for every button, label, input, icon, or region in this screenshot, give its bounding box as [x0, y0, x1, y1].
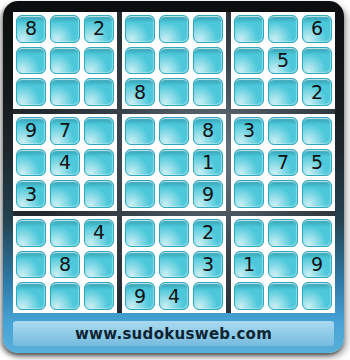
cell-r8c1[interactable] [16, 251, 46, 279]
cell-r5c6[interactable]: 1 [193, 149, 223, 177]
cell-r4c4[interactable] [125, 117, 155, 145]
cell-r1c6[interactable] [193, 15, 223, 43]
cell-r7c1[interactable] [16, 219, 46, 247]
cell-r5c4[interactable] [125, 149, 155, 177]
cell-r6c4[interactable] [125, 180, 155, 208]
box-1-1: 82 [13, 12, 117, 109]
cell-r4c3[interactable] [84, 117, 114, 145]
cell-r2c9[interactable] [302, 47, 332, 75]
cell-r7c5[interactable] [159, 219, 189, 247]
box-3-1: 48 [13, 216, 117, 313]
cell-r7c7[interactable] [234, 219, 264, 247]
cell-r6c3[interactable] [84, 180, 114, 208]
cell-r4c2[interactable]: 7 [50, 117, 80, 145]
cell-r4c9[interactable] [302, 117, 332, 145]
cell-r8c9[interactable]: 9 [302, 251, 332, 279]
cell-r2c7[interactable] [234, 47, 264, 75]
cell-r3c3[interactable] [84, 78, 114, 106]
cell-r1c9[interactable]: 6 [302, 15, 332, 43]
cell-r7c8[interactable] [268, 219, 298, 247]
cell-r9c2[interactable] [50, 282, 80, 310]
cell-r2c1[interactable] [16, 47, 46, 75]
cell-r2c8[interactable]: 5 [268, 47, 298, 75]
cell-r9c6[interactable] [193, 282, 223, 310]
box-1-3: 652 [231, 12, 335, 109]
cell-r2c5[interactable] [159, 47, 189, 75]
cell-r3c1[interactable] [16, 78, 46, 106]
cell-r9c8[interactable] [268, 282, 298, 310]
box-3-2: 2394 [122, 216, 226, 313]
cell-r8c7[interactable]: 1 [234, 251, 264, 279]
cell-r8c5[interactable] [159, 251, 189, 279]
cell-r1c5[interactable] [159, 15, 189, 43]
cell-r8c3[interactable] [84, 251, 114, 279]
cell-r6c1[interactable]: 3 [16, 180, 46, 208]
cell-r4c8[interactable] [268, 117, 298, 145]
cell-r6c8[interactable] [268, 180, 298, 208]
cell-r4c7[interactable]: 3 [234, 117, 264, 145]
cell-r2c4[interactable] [125, 47, 155, 75]
cell-r3c5[interactable] [159, 78, 189, 106]
cell-r3c2[interactable] [50, 78, 80, 106]
footer-bar: www.sudokusweb.com [13, 321, 334, 346]
cell-r9c1[interactable] [16, 282, 46, 310]
box-2-3: 375 [231, 114, 335, 211]
cell-r6c7[interactable] [234, 180, 264, 208]
cell-r6c9[interactable] [302, 180, 332, 208]
cell-r4c5[interactable] [159, 117, 189, 145]
sudoku-grid: 828652974381937548239419 [13, 12, 335, 313]
sudoku-board: 828652974381937548239419 www.sudokusweb.… [3, 1, 344, 353]
cell-r2c6[interactable] [193, 47, 223, 75]
cell-r7c6[interactable]: 2 [193, 219, 223, 247]
cell-r1c4[interactable] [125, 15, 155, 43]
cell-r7c4[interactable] [125, 219, 155, 247]
cell-r5c8[interactable]: 7 [268, 149, 298, 177]
cell-r9c9[interactable] [302, 282, 332, 310]
cell-r9c7[interactable] [234, 282, 264, 310]
cell-r9c3[interactable] [84, 282, 114, 310]
cell-r5c7[interactable] [234, 149, 264, 177]
cell-r5c9[interactable]: 5 [302, 149, 332, 177]
cell-r6c6[interactable]: 9 [193, 180, 223, 208]
cell-r7c9[interactable] [302, 219, 332, 247]
cell-r6c2[interactable] [50, 180, 80, 208]
cell-r4c6[interactable]: 8 [193, 117, 223, 145]
cell-r1c3[interactable]: 2 [84, 15, 114, 43]
cell-r3c6[interactable] [193, 78, 223, 106]
box-2-2: 819 [122, 114, 226, 211]
cell-r5c2[interactable]: 4 [50, 149, 80, 177]
cell-r8c8[interactable] [268, 251, 298, 279]
cell-r3c7[interactable] [234, 78, 264, 106]
cell-r1c8[interactable] [268, 15, 298, 43]
box-2-1: 9743 [13, 114, 117, 211]
cell-r5c3[interactable] [84, 149, 114, 177]
cell-r3c8[interactable] [268, 78, 298, 106]
cell-r6c5[interactable] [159, 180, 189, 208]
cell-r8c2[interactable]: 8 [50, 251, 80, 279]
cell-r7c2[interactable] [50, 219, 80, 247]
box-1-2: 8 [122, 12, 226, 109]
website-link[interactable]: www.sudokusweb.com [75, 325, 272, 343]
cell-r9c5[interactable]: 4 [159, 282, 189, 310]
cell-r1c2[interactable] [50, 15, 80, 43]
cell-r2c2[interactable] [50, 47, 80, 75]
cell-r3c9[interactable]: 2 [302, 78, 332, 106]
cell-r1c7[interactable] [234, 15, 264, 43]
cell-r7c3[interactable]: 4 [84, 219, 114, 247]
cell-r3c4[interactable]: 8 [125, 78, 155, 106]
cell-r2c3[interactable] [84, 47, 114, 75]
cell-r8c4[interactable] [125, 251, 155, 279]
box-3-3: 19 [231, 216, 335, 313]
cell-r4c1[interactable]: 9 [16, 117, 46, 145]
cell-r1c1[interactable]: 8 [16, 15, 46, 43]
cell-r8c6[interactable]: 3 [193, 251, 223, 279]
cell-r5c5[interactable] [159, 149, 189, 177]
cell-r5c1[interactable] [16, 149, 46, 177]
cell-r9c4[interactable]: 9 [125, 282, 155, 310]
